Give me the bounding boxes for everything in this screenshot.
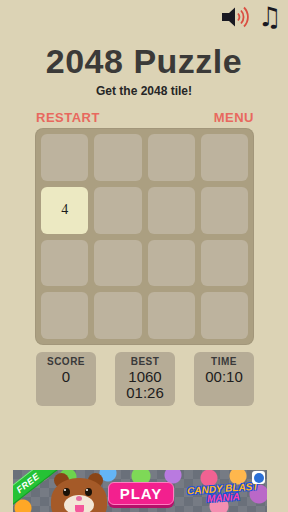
- sound-toggle-button[interactable]: [221, 5, 251, 29]
- best-time-value: 01:26: [115, 385, 175, 401]
- score-value: 0: [36, 369, 96, 385]
- page-title: 2048 Puzzle: [0, 42, 288, 81]
- score-label: SCORE: [36, 356, 96, 367]
- score-panels: SCORE 0 BEST 1060 01:26 TIME 00:10: [36, 352, 254, 406]
- empty-cell: [94, 187, 141, 234]
- toolbar: RESTART MENU: [36, 110, 254, 125]
- empty-cell: [201, 240, 248, 287]
- empty-cell: [201, 134, 248, 181]
- empty-cell: [148, 134, 195, 181]
- time-value: 00:10: [194, 369, 254, 385]
- empty-cell: [94, 292, 141, 339]
- best-panel: BEST 1060 01:26: [115, 352, 175, 406]
- restart-button[interactable]: RESTART: [36, 110, 100, 125]
- music-note-icon[interactable]: ♫: [258, 3, 282, 30]
- time-label: TIME: [194, 356, 254, 367]
- empty-cell: [148, 240, 195, 287]
- best-label: BEST: [115, 356, 175, 367]
- empty-cell: [201, 292, 248, 339]
- hamster-nose: [76, 496, 82, 501]
- hamster-tongue: [75, 505, 84, 512]
- tile-4: 4: [41, 187, 88, 234]
- empty-cell: [148, 187, 195, 234]
- time-panel: TIME 00:10: [194, 352, 254, 406]
- empty-cell: [148, 292, 195, 339]
- score-panel: SCORE 0: [36, 352, 96, 406]
- app-screen: ♫ 2048 Puzzle Get the 2048 tile! RESTART…: [0, 0, 288, 512]
- top-icon-bar: ♫: [221, 3, 282, 30]
- best-score-value: 1060: [115, 369, 175, 385]
- ad-banner[interactable]: FREE PLAY CANDY BLAST MANiA: [13, 470, 267, 512]
- empty-cell: [41, 292, 88, 339]
- hamster-eye-left: [63, 488, 70, 496]
- game-board[interactable]: 4: [35, 128, 254, 345]
- menu-button[interactable]: MENU: [214, 110, 254, 125]
- empty-cell: [94, 240, 141, 287]
- ad-info-badge-icon[interactable]: [252, 471, 265, 484]
- hamster-character: [51, 473, 109, 512]
- empty-cell: [201, 187, 248, 234]
- empty-cell: [94, 134, 141, 181]
- hamster-eye-right: [85, 488, 92, 496]
- speaker-waves-icon: [221, 5, 251, 29]
- empty-cell: [41, 240, 88, 287]
- empty-cell: [41, 134, 88, 181]
- page-subtitle: Get the 2048 tile!: [0, 84, 288, 98]
- ad-play-button[interactable]: PLAY: [108, 482, 174, 505]
